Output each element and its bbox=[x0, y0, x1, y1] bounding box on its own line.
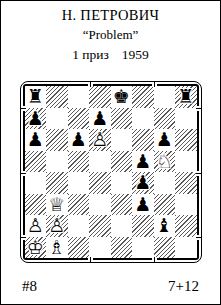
square-d4[interactable] bbox=[89, 172, 111, 194]
square-g2[interactable]: ♝ bbox=[154, 215, 176, 237]
award-year: 1959 bbox=[122, 47, 149, 62]
square-b5[interactable] bbox=[46, 151, 68, 173]
square-a1[interactable]: ♚♔ bbox=[25, 237, 47, 259]
square-e6[interactable] bbox=[111, 129, 133, 151]
caption-row: #8 7+12 bbox=[1, 278, 220, 295]
border-tick bbox=[152, 257, 157, 262]
square-a6[interactable]: ♟ bbox=[25, 129, 47, 151]
author-name: Н. ПЕТРОВИЧ bbox=[1, 7, 220, 24]
square-d3[interactable] bbox=[89, 194, 111, 216]
square-b7[interactable] bbox=[46, 108, 68, 130]
chess-problem-card: Н. ПЕТРОВИЧ “Problem” 1 приз1959 ♜♚♜♟♟♟♟… bbox=[0, 0, 221, 305]
square-d6[interactable]: ♟♙ bbox=[89, 129, 111, 151]
border-tick bbox=[196, 235, 201, 240]
square-a4[interactable] bbox=[25, 172, 47, 194]
square-h2[interactable] bbox=[175, 215, 197, 237]
stipulation-label: #8 bbox=[22, 278, 37, 295]
black-pawn-f4-piece: ♟ bbox=[132, 172, 154, 194]
award-prize: 1 приз bbox=[72, 47, 109, 62]
square-a2[interactable]: ♟♙ bbox=[25, 215, 47, 237]
square-c5[interactable] bbox=[68, 151, 90, 173]
border-tick bbox=[21, 106, 26, 111]
black-pawn-f3-piece: ♟ bbox=[132, 194, 154, 216]
black-pawn-g6-piece: ♟ bbox=[154, 129, 176, 151]
border-tick bbox=[88, 82, 93, 87]
square-f5[interactable]: ♟ bbox=[132, 151, 154, 173]
square-d5[interactable] bbox=[89, 151, 111, 173]
square-g3[interactable] bbox=[154, 194, 176, 216]
square-e2[interactable] bbox=[111, 215, 133, 237]
piece-fill-backing: ♞ bbox=[154, 151, 176, 173]
white-pawn-d6-piece: ♙ bbox=[89, 129, 111, 151]
white-pawn-b2-piece: ♙ bbox=[46, 215, 68, 237]
chessboard: ♜♚♜♟♟♟♟♟♙♟♟♞♘♟♛♕♟♟♙♟♙♝♚♔♝♗ bbox=[25, 86, 197, 258]
square-f7[interactable] bbox=[132, 108, 154, 130]
square-e3[interactable] bbox=[111, 194, 133, 216]
border-tick bbox=[152, 82, 157, 87]
square-c7[interactable] bbox=[68, 108, 90, 130]
black-pawn-a7-piece: ♟ bbox=[25, 108, 47, 130]
border-tick bbox=[196, 171, 201, 176]
material-count-label: 7+12 bbox=[168, 278, 199, 295]
square-e5[interactable] bbox=[111, 151, 133, 173]
square-e7[interactable] bbox=[111, 108, 133, 130]
header: Н. ПЕТРОВИЧ “Problem” 1 приз1959 bbox=[1, 1, 220, 63]
square-a8[interactable]: ♜ bbox=[25, 86, 47, 108]
black-pawn-c6-piece: ♟ bbox=[68, 129, 90, 151]
square-a7[interactable]: ♟ bbox=[25, 108, 47, 130]
white-knight-g5-piece: ♘ bbox=[154, 151, 176, 173]
square-d1[interactable] bbox=[89, 237, 111, 259]
chessboard-border: ♜♚♜♟♟♟♟♟♙♟♟♞♘♟♛♕♟♟♙♟♙♝♚♔♝♗ bbox=[23, 84, 199, 260]
black-rook-a8-piece: ♜ bbox=[25, 86, 47, 108]
piece-fill-backing: ♛ bbox=[46, 194, 68, 216]
square-a3[interactable] bbox=[25, 194, 47, 216]
border-tick bbox=[88, 257, 93, 262]
border-tick bbox=[21, 235, 26, 240]
black-pawn-a6-piece: ♟ bbox=[25, 129, 47, 151]
black-king-e8-piece: ♚ bbox=[111, 86, 133, 108]
square-g4[interactable] bbox=[154, 172, 176, 194]
square-e8[interactable]: ♚ bbox=[111, 86, 133, 108]
square-c4[interactable] bbox=[68, 172, 90, 194]
square-c6[interactable]: ♟ bbox=[68, 129, 90, 151]
square-h7[interactable] bbox=[175, 108, 197, 130]
square-f1[interactable] bbox=[132, 237, 154, 259]
square-b3[interactable]: ♛♕ bbox=[46, 194, 68, 216]
square-f2[interactable] bbox=[132, 215, 154, 237]
square-h3[interactable] bbox=[175, 194, 197, 216]
square-g8[interactable] bbox=[154, 86, 176, 108]
square-f4[interactable]: ♟ bbox=[132, 172, 154, 194]
square-d2[interactable] bbox=[89, 215, 111, 237]
square-g5[interactable]: ♞♘ bbox=[154, 151, 176, 173]
square-b1[interactable]: ♝♗ bbox=[46, 237, 68, 259]
square-c3[interactable] bbox=[68, 194, 90, 216]
piece-fill-backing: ♝ bbox=[46, 237, 68, 259]
black-rook-h8-piece: ♜ bbox=[175, 86, 197, 108]
white-bishop-b1-piece: ♗ bbox=[46, 237, 68, 259]
square-b8[interactable] bbox=[46, 86, 68, 108]
black-pawn-f5-piece: ♟ bbox=[132, 151, 154, 173]
piece-fill-backing: ♚ bbox=[25, 237, 47, 259]
piece-fill-backing: ♟ bbox=[89, 129, 111, 151]
square-b6[interactable] bbox=[46, 129, 68, 151]
source-title: “Problem” bbox=[1, 27, 220, 43]
piece-fill-backing: ♟ bbox=[46, 215, 68, 237]
square-e1[interactable] bbox=[111, 237, 133, 259]
square-h8[interactable]: ♜ bbox=[175, 86, 197, 108]
square-c1[interactable] bbox=[68, 237, 90, 259]
square-g7[interactable] bbox=[154, 108, 176, 130]
square-h4[interactable] bbox=[175, 172, 197, 194]
black-pawn-d7-piece: ♟ bbox=[89, 108, 111, 130]
square-d7[interactable]: ♟ bbox=[89, 108, 111, 130]
border-tick bbox=[21, 171, 26, 176]
chessboard-frame: ♜♚♜♟♟♟♟♟♙♟♟♞♘♟♛♕♟♟♙♟♙♝♚♔♝♗ bbox=[20, 81, 202, 263]
square-h6[interactable] bbox=[175, 129, 197, 151]
square-b2[interactable]: ♟♙ bbox=[46, 215, 68, 237]
square-h5[interactable] bbox=[175, 151, 197, 173]
piece-fill-backing: ♟ bbox=[25, 215, 47, 237]
square-c2[interactable] bbox=[68, 215, 90, 237]
white-king-a1-piece: ♔ bbox=[25, 237, 47, 259]
square-h1[interactable] bbox=[175, 237, 197, 259]
square-a5[interactable] bbox=[25, 151, 47, 173]
square-f8[interactable] bbox=[132, 86, 154, 108]
square-e4[interactable] bbox=[111, 172, 133, 194]
square-g1[interactable] bbox=[154, 237, 176, 259]
square-b4[interactable] bbox=[46, 172, 68, 194]
square-g6[interactable]: ♟ bbox=[154, 129, 176, 151]
square-c8[interactable] bbox=[68, 86, 90, 108]
white-queen-b3-piece: ♕ bbox=[46, 194, 68, 216]
square-d8[interactable] bbox=[89, 86, 111, 108]
square-f6[interactable] bbox=[132, 129, 154, 151]
border-tick bbox=[196, 106, 201, 111]
black-bishop-g2-piece: ♝ bbox=[154, 215, 176, 237]
white-pawn-a2-piece: ♙ bbox=[25, 215, 47, 237]
award-line: 1 приз1959 bbox=[1, 47, 220, 63]
square-f3[interactable]: ♟ bbox=[132, 194, 154, 216]
